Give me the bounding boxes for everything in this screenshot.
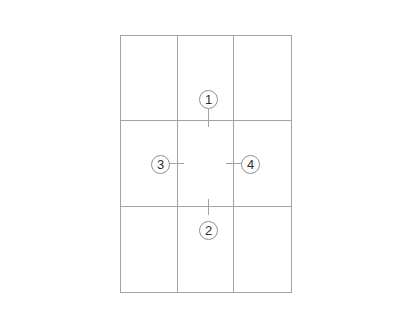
grid-cell xyxy=(234,207,291,292)
callout-4-leader-line xyxy=(226,163,241,164)
figure-canvas: 1 2 3 4 xyxy=(0,0,400,330)
callout-1: 1 xyxy=(199,90,218,109)
grid-board xyxy=(120,35,292,293)
grid-cell xyxy=(178,207,235,292)
grid-cell xyxy=(234,36,291,121)
grid-cell xyxy=(121,36,178,121)
grid-cell xyxy=(121,207,178,292)
callout-2: 2 xyxy=(199,221,218,240)
callout-3: 3 xyxy=(151,155,170,174)
callout-2-leader-line xyxy=(208,199,209,215)
callout-4: 4 xyxy=(241,155,260,174)
callout-1-leader-line xyxy=(208,109,209,127)
callout-3-leader-line xyxy=(170,163,184,164)
